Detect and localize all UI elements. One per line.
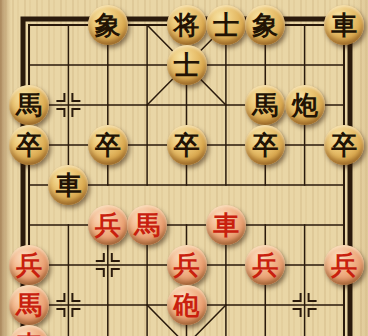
piece-black-elephant[interactable]: 象: [88, 5, 128, 45]
piece-black-soldier[interactable]: 卒: [88, 125, 128, 165]
piece-black-cannon[interactable]: 炮: [285, 85, 325, 125]
piece-red-soldier[interactable]: 兵: [324, 245, 364, 285]
piece-black-soldier[interactable]: 卒: [167, 125, 207, 165]
piece-black-general[interactable]: 将: [167, 5, 207, 45]
piece-black-chariot[interactable]: 車: [324, 5, 364, 45]
piece-red-chariot[interactable]: 車: [206, 205, 246, 245]
piece-black-soldier[interactable]: 卒: [245, 125, 285, 165]
piece-black-horse[interactable]: 馬: [245, 85, 285, 125]
piece-black-advisor[interactable]: 士: [167, 45, 207, 85]
piece-red-cannon[interactable]: 砲: [167, 285, 207, 325]
piece-black-soldier[interactable]: 卒: [9, 125, 49, 165]
piece-black-soldier[interactable]: 卒: [324, 125, 364, 165]
piece-black-horse[interactable]: 馬: [9, 85, 49, 125]
piece-red-soldier[interactable]: 兵: [167, 245, 207, 285]
piece-red-soldier[interactable]: 兵: [245, 245, 285, 285]
piece-black-advisor[interactable]: 士: [206, 5, 246, 45]
piece-red-soldier[interactable]: 兵: [9, 245, 49, 285]
piece-red-soldier[interactable]: 兵: [88, 205, 128, 245]
xiangqi-board: 象将士象車士馬馬炮卒卒卒卒卒車兵馬車兵兵兵兵馬砲車: [0, 0, 368, 336]
piece-red-horse[interactable]: 馬: [9, 285, 49, 325]
piece-red-horse[interactable]: 馬: [127, 205, 167, 245]
piece-black-elephant[interactable]: 象: [245, 5, 285, 45]
